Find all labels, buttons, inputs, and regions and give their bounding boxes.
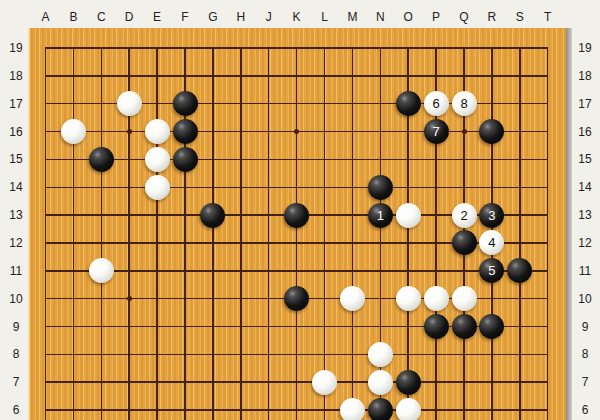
grid-line-h-18 bbox=[45, 75, 549, 77]
white-stone-Q13: 2 bbox=[452, 203, 477, 228]
white-stone-O6 bbox=[396, 398, 421, 420]
move-number-5: 5 bbox=[488, 264, 495, 277]
white-stone-Q10 bbox=[452, 286, 477, 311]
black-stone-S11 bbox=[507, 258, 532, 283]
white-stone-R12: 4 bbox=[479, 230, 504, 255]
star-point-K16 bbox=[294, 129, 299, 134]
go-diagram: ABCDEFGHJKLMNOPQRST 19181716151413121110… bbox=[0, 0, 600, 420]
white-stone-D17 bbox=[117, 91, 142, 116]
black-stone-N13: 1 bbox=[368, 203, 393, 228]
white-stone-B16 bbox=[61, 119, 86, 144]
grid-line-h-7 bbox=[45, 381, 549, 383]
black-stone-O17 bbox=[396, 91, 421, 116]
black-stone-R13: 3 bbox=[479, 203, 504, 228]
white-stone-E16 bbox=[145, 119, 170, 144]
white-stone-N8 bbox=[368, 342, 393, 367]
white-stone-P17: 6 bbox=[424, 91, 449, 116]
white-stone-P10 bbox=[424, 286, 449, 311]
black-stone-Q12 bbox=[452, 230, 477, 255]
grid-line-h-19 bbox=[45, 47, 549, 49]
white-stone-N7 bbox=[368, 370, 393, 395]
black-stone-R16 bbox=[479, 119, 504, 144]
star-point-D10 bbox=[127, 296, 132, 301]
white-stone-M10 bbox=[340, 286, 365, 311]
black-stone-F15 bbox=[173, 147, 198, 172]
black-stone-R9 bbox=[479, 314, 504, 339]
black-stone-K10 bbox=[284, 286, 309, 311]
black-stone-O7 bbox=[396, 370, 421, 395]
star-point-D16 bbox=[127, 129, 132, 134]
grid-line-h-8 bbox=[45, 354, 549, 356]
grid-line-h-15 bbox=[45, 159, 549, 161]
grid-line-h-11 bbox=[45, 270, 549, 272]
white-stone-M6 bbox=[340, 398, 365, 420]
black-stone-C15 bbox=[89, 147, 114, 172]
move-number-1: 1 bbox=[377, 209, 384, 222]
star-point-Q16 bbox=[462, 129, 467, 134]
black-stone-G13 bbox=[200, 203, 225, 228]
black-stone-N6 bbox=[368, 398, 393, 420]
grid-line-h-6 bbox=[45, 409, 549, 411]
grid-line-h-14 bbox=[45, 187, 549, 189]
move-number-4: 4 bbox=[488, 236, 495, 249]
white-stone-Q17: 8 bbox=[452, 91, 477, 116]
black-stone-K13 bbox=[284, 203, 309, 228]
black-stone-P16: 7 bbox=[424, 119, 449, 144]
board-layer: 71356824 bbox=[0, 0, 600, 420]
black-stone-Q9 bbox=[452, 314, 477, 339]
black-stone-N14 bbox=[368, 175, 393, 200]
white-stone-O10 bbox=[396, 286, 421, 311]
black-stone-F16 bbox=[173, 119, 198, 144]
white-stone-L7 bbox=[312, 370, 337, 395]
white-stone-O13 bbox=[396, 203, 421, 228]
black-stone-F17 bbox=[173, 91, 198, 116]
black-stone-P9 bbox=[424, 314, 449, 339]
move-number-3: 3 bbox=[488, 209, 495, 222]
move-number-2: 2 bbox=[460, 209, 467, 222]
white-stone-C11 bbox=[89, 258, 114, 283]
move-number-7: 7 bbox=[432, 125, 439, 138]
white-stone-E14 bbox=[145, 175, 170, 200]
move-number-6: 6 bbox=[432, 97, 439, 110]
white-stone-E15 bbox=[145, 147, 170, 172]
move-number-8: 8 bbox=[460, 97, 467, 110]
black-stone-R11: 5 bbox=[479, 258, 504, 283]
